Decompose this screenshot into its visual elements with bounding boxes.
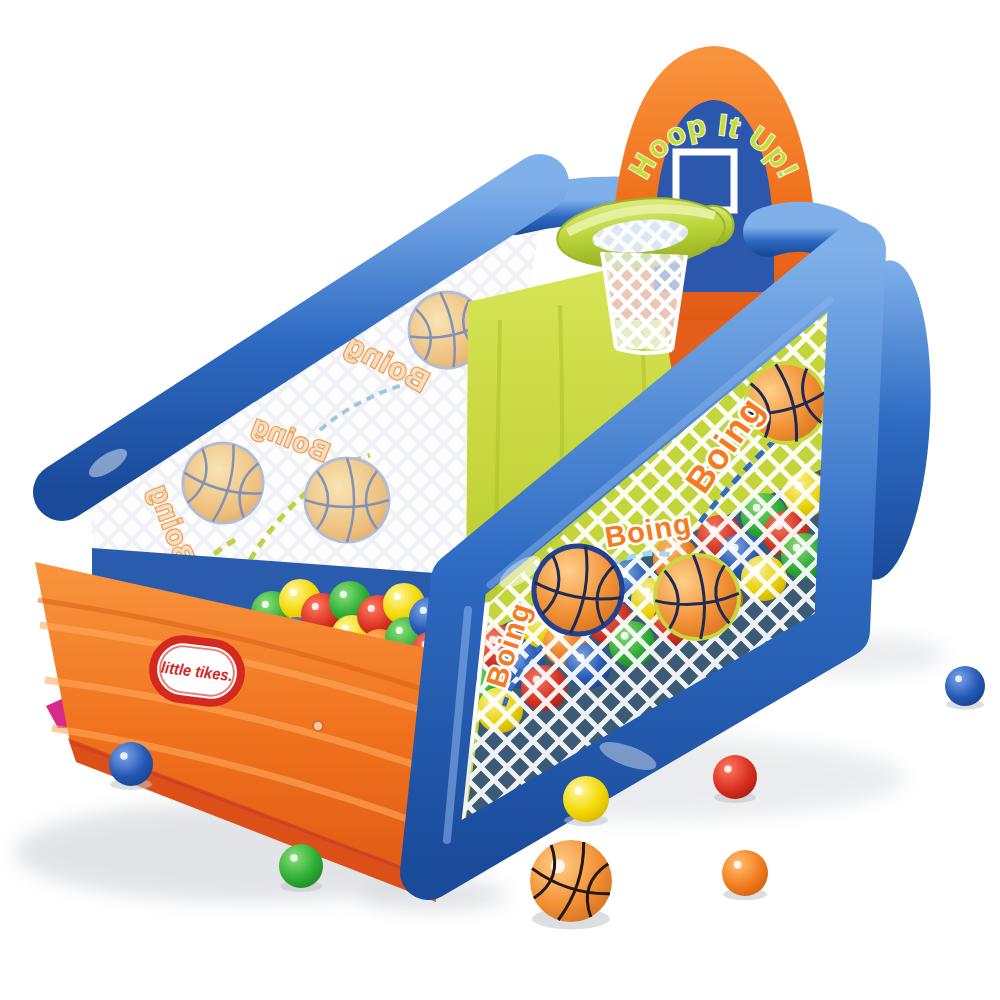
ball-highlight <box>396 627 403 634</box>
ball-highlight <box>368 605 375 612</box>
ball-highlight <box>340 591 347 598</box>
product-photo-stage: Boing Boing Boing Hoop It Up! <box>0 0 1000 1000</box>
ball-blue <box>109 742 153 786</box>
ball-highlight <box>724 765 731 772</box>
ball-highlight <box>290 589 297 596</box>
ball-highlight <box>290 854 297 861</box>
ball-highlight <box>120 752 127 759</box>
ball-green <box>279 844 323 888</box>
ball-blue <box>945 666 985 706</box>
hoop-it-up-ball-pit-photo: Boing Boing Boing Hoop It Up! <box>0 0 1000 1000</box>
ball-basketball <box>530 840 612 922</box>
ball-highlight <box>394 593 401 600</box>
base-valve <box>313 721 323 731</box>
ball-highlight <box>575 787 583 795</box>
ball-yellow <box>563 776 609 822</box>
ball-highlight <box>312 603 319 610</box>
ball-orange <box>722 850 768 896</box>
left-panel-basketball-print <box>305 458 389 542</box>
ball-highlight <box>955 675 962 682</box>
ball-highlight <box>420 607 427 614</box>
ball-highlight <box>262 601 269 608</box>
ball-highlight <box>734 861 742 869</box>
ball-red <box>713 755 757 799</box>
little-tikes-logo: little tikes. <box>150 636 245 706</box>
